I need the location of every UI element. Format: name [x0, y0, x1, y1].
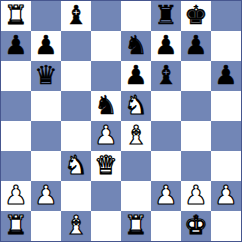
square-d5[interactable]: ♞	[91, 91, 121, 121]
square-g2[interactable]: ♟	[181, 181, 211, 211]
square-g4[interactable]	[181, 121, 211, 151]
square-d1[interactable]	[91, 211, 121, 241]
square-b6[interactable]: ♛	[31, 61, 61, 91]
square-g8[interactable]: ♚	[181, 1, 211, 31]
square-f5[interactable]	[151, 91, 181, 121]
square-d6[interactable]	[91, 61, 121, 91]
piece-black-king[interactable]: ♚	[184, 2, 207, 28]
piece-white-queen[interactable]: ♛	[94, 152, 117, 178]
square-g6[interactable]	[181, 61, 211, 91]
piece-white-pawn[interactable]: ♟	[94, 122, 117, 148]
square-h6[interactable]: ♟	[211, 61, 241, 91]
piece-black-pawn[interactable]: ♟	[4, 32, 27, 58]
square-e7[interactable]: ♞	[121, 31, 151, 61]
square-e4[interactable]: ♝	[121, 121, 151, 151]
square-e3[interactable]	[121, 151, 151, 181]
square-h4[interactable]	[211, 121, 241, 151]
piece-black-rook[interactable]: ♜	[154, 2, 177, 28]
piece-white-bishop[interactable]: ♝	[64, 212, 87, 238]
square-b1[interactable]	[31, 211, 61, 241]
square-b8[interactable]	[31, 1, 61, 31]
square-a5[interactable]	[1, 91, 31, 121]
piece-black-pawn[interactable]: ♟	[214, 62, 237, 88]
square-e2[interactable]	[121, 181, 151, 211]
piece-black-bishop[interactable]: ♝	[64, 2, 87, 28]
square-h2[interactable]: ♟	[211, 181, 241, 211]
square-g1[interactable]: ♚	[181, 211, 211, 241]
square-f7[interactable]: ♟	[151, 31, 181, 61]
square-a3[interactable]	[1, 151, 31, 181]
piece-black-queen[interactable]: ♛	[34, 62, 57, 88]
square-f3[interactable]	[151, 151, 181, 181]
square-c4[interactable]	[61, 121, 91, 151]
piece-white-pawn[interactable]: ♟	[4, 182, 27, 208]
square-a2[interactable]: ♟	[1, 181, 31, 211]
square-c3[interactable]: ♞	[61, 151, 91, 181]
piece-white-pawn[interactable]: ♟	[184, 182, 207, 208]
square-c8[interactable]: ♝	[61, 1, 91, 31]
square-b4[interactable]	[31, 121, 61, 151]
square-f2[interactable]: ♟	[151, 181, 181, 211]
square-c1[interactable]: ♝	[61, 211, 91, 241]
square-g5[interactable]	[181, 91, 211, 121]
square-g7[interactable]: ♟	[181, 31, 211, 61]
square-a7[interactable]: ♟	[1, 31, 31, 61]
piece-white-rook[interactable]: ♜	[4, 2, 27, 28]
square-c7[interactable]	[61, 31, 91, 61]
square-a6[interactable]	[1, 61, 31, 91]
piece-black-pawn[interactable]: ♟	[154, 32, 177, 58]
square-c2[interactable]	[61, 181, 91, 211]
square-e8[interactable]	[121, 1, 151, 31]
square-a1[interactable]: ♜	[1, 211, 31, 241]
square-d4[interactable]: ♟	[91, 121, 121, 151]
piece-white-rook[interactable]: ♜	[124, 212, 147, 238]
square-c6[interactable]	[61, 61, 91, 91]
piece-black-knight[interactable]: ♞	[124, 32, 147, 58]
square-g3[interactable]	[181, 151, 211, 181]
piece-white-knight[interactable]: ♞	[124, 92, 147, 118]
piece-white-rook[interactable]: ♜	[4, 212, 27, 238]
square-a8[interactable]: ♜	[1, 1, 31, 31]
square-e5[interactable]: ♞	[121, 91, 151, 121]
square-f8[interactable]: ♜	[151, 1, 181, 31]
square-b3[interactable]	[31, 151, 61, 181]
square-b2[interactable]: ♟	[31, 181, 61, 211]
piece-white-pawn[interactable]: ♟	[214, 182, 237, 208]
square-h7[interactable]	[211, 31, 241, 61]
piece-black-knight[interactable]: ♞	[94, 92, 117, 118]
square-f6[interactable]: ♝	[151, 61, 181, 91]
piece-white-knight[interactable]: ♞	[64, 152, 87, 178]
piece-black-bishop[interactable]: ♝	[154, 62, 177, 88]
square-b5[interactable]	[31, 91, 61, 121]
chess-board: ♜♝♜♚♟♟♞♟♟♛♟♝♟♞♞♟♝♞♛♟♟♟♟♟♜♝♜♚	[0, 0, 242, 242]
square-d8[interactable]	[91, 1, 121, 31]
square-d3[interactable]: ♛	[91, 151, 121, 181]
piece-white-pawn[interactable]: ♟	[34, 182, 57, 208]
square-h3[interactable]	[211, 151, 241, 181]
piece-black-pawn[interactable]: ♟	[34, 32, 57, 58]
square-h1[interactable]	[211, 211, 241, 241]
piece-white-king[interactable]: ♚	[184, 212, 207, 238]
square-h8[interactable]	[211, 1, 241, 31]
square-f4[interactable]	[151, 121, 181, 151]
square-d2[interactable]	[91, 181, 121, 211]
square-a4[interactable]	[1, 121, 31, 151]
square-h5[interactable]	[211, 91, 241, 121]
square-e1[interactable]: ♜	[121, 211, 151, 241]
square-d7[interactable]	[91, 31, 121, 61]
square-e6[interactable]: ♟	[121, 61, 151, 91]
square-c5[interactable]	[61, 91, 91, 121]
piece-white-pawn[interactable]: ♟	[154, 182, 177, 208]
square-b7[interactable]: ♟	[31, 31, 61, 61]
piece-white-bishop[interactable]: ♝	[124, 122, 147, 148]
piece-black-pawn[interactable]: ♟	[184, 32, 207, 58]
piece-black-pawn[interactable]: ♟	[124, 62, 147, 88]
square-f1[interactable]	[151, 211, 181, 241]
